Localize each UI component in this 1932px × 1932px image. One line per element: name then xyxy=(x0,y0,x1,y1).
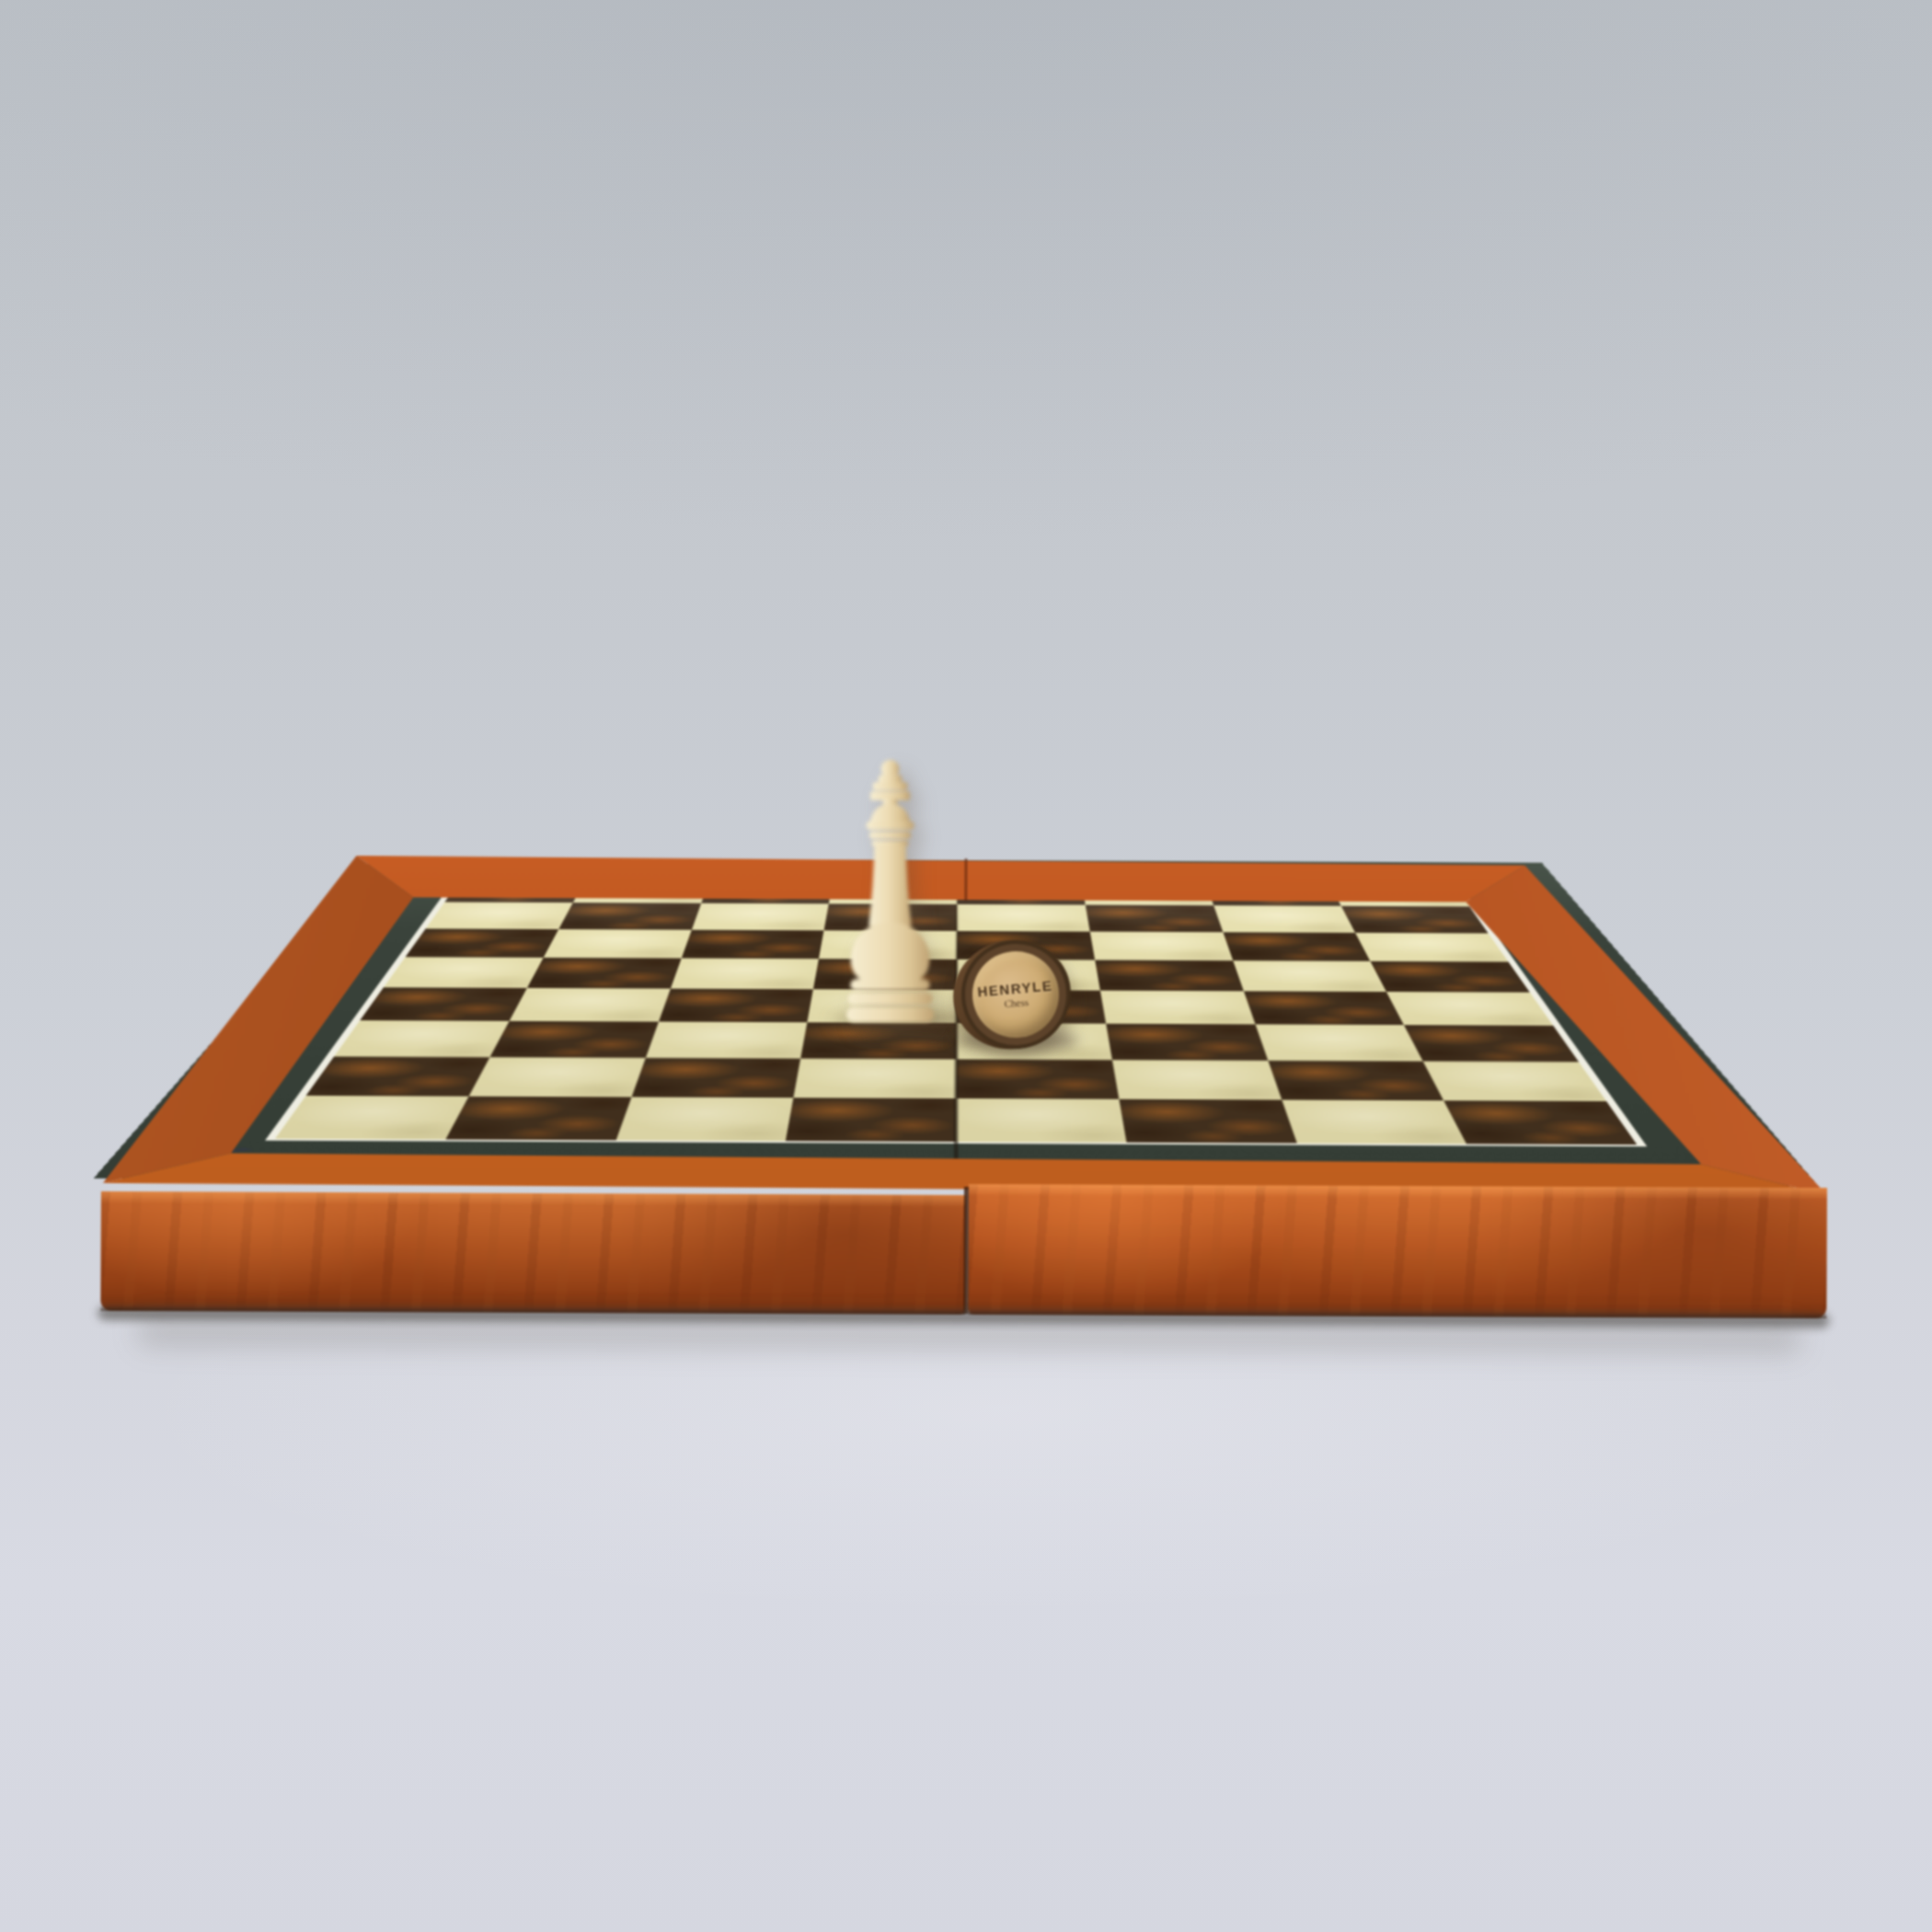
board-square xyxy=(509,988,670,1022)
board-square xyxy=(1386,992,1553,1026)
board-square xyxy=(1100,991,1255,1025)
board-square xyxy=(1086,905,1223,932)
board-square xyxy=(1090,931,1233,960)
board-square xyxy=(956,1059,1119,1099)
board-square xyxy=(956,1098,1126,1143)
board-square xyxy=(1106,1024,1268,1061)
board-square xyxy=(1095,960,1244,991)
board-square xyxy=(670,958,819,989)
board-square xyxy=(1341,906,1489,933)
board-square xyxy=(558,903,701,929)
board-front-edge-left xyxy=(100,1191,966,1315)
board-square xyxy=(468,1057,645,1097)
board-square xyxy=(794,1059,957,1098)
board-square xyxy=(426,902,573,928)
board-square xyxy=(1371,961,1530,993)
white-king-piece xyxy=(839,754,941,1030)
knob-brand-text: HENRYLE xyxy=(977,977,1053,999)
board-square xyxy=(334,1020,509,1057)
board-square xyxy=(691,903,829,930)
board-square xyxy=(658,989,813,1023)
henryle-knob: HENRYLE Chess xyxy=(948,935,1076,1054)
board-front-edge-right xyxy=(968,1184,1827,1318)
board-square xyxy=(645,1022,807,1059)
board-square xyxy=(1223,932,1371,961)
product-photo: ♞ HENRYLE Chess xyxy=(0,0,1932,1932)
frame-seam-far xyxy=(964,858,967,901)
board-square xyxy=(1423,1062,1606,1102)
board-front-seam xyxy=(963,1187,969,1314)
board-square xyxy=(1255,1024,1423,1061)
board-square xyxy=(615,1097,794,1140)
board-square xyxy=(1243,991,1404,1025)
board-square xyxy=(384,957,544,988)
board-square xyxy=(957,904,1089,931)
board-square xyxy=(544,929,692,959)
board-square xyxy=(489,1021,658,1058)
board-square xyxy=(360,987,527,1021)
knob-brand-subtext: Chess xyxy=(1004,996,1029,1009)
board-square xyxy=(306,1056,490,1096)
board-square xyxy=(786,1098,956,1142)
board-square xyxy=(1282,1100,1466,1144)
board-square xyxy=(527,958,682,989)
board-square xyxy=(631,1058,800,1098)
board-square xyxy=(445,1097,631,1140)
white-king-silhouette xyxy=(839,754,941,1030)
board-square xyxy=(681,929,823,959)
board-square xyxy=(1233,960,1386,992)
board-square xyxy=(1112,1060,1282,1100)
board-square xyxy=(1355,933,1508,962)
board-square xyxy=(1444,1100,1638,1144)
board-square xyxy=(1119,1099,1296,1144)
board-square xyxy=(1404,1025,1579,1062)
board-square xyxy=(1268,1061,1444,1101)
board-square xyxy=(1213,905,1355,932)
board-square xyxy=(406,928,558,957)
